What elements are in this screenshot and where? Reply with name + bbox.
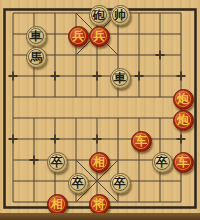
piece-black-soldier[interactable]: 卒: [110, 173, 131, 194]
piece-glyph: 帅: [114, 4, 126, 25]
piece-black-general[interactable]: 帅: [110, 5, 131, 26]
table-edge-strip: [0, 213, 200, 220]
piece-glyph: 卒: [114, 172, 126, 193]
piece-red-chariot[interactable]: 车: [173, 152, 194, 173]
piece-black-horse[interactable]: 馬: [26, 47, 47, 68]
piece-glyph: 砲: [93, 4, 105, 25]
piece-glyph: 卒: [156, 151, 168, 172]
piece-black-cannon[interactable]: 砲: [89, 5, 110, 26]
piece-red-soldier[interactable]: 兵: [89, 26, 110, 47]
piece-glyph: 車: [30, 25, 42, 46]
pieces-layer: 砲帅車兵兵馬車炮炮车卒相卒车卒卒相将: [5, 5, 194, 215]
piece-black-soldier[interactable]: 卒: [68, 173, 89, 194]
piece-black-soldier[interactable]: 卒: [152, 152, 173, 173]
piece-glyph: 车: [177, 151, 189, 172]
piece-glyph: 卒: [72, 172, 84, 193]
piece-glyph: 车: [135, 130, 147, 151]
piece-glyph: 馬: [30, 46, 42, 67]
piece-red-chariot[interactable]: 车: [131, 131, 152, 152]
piece-glyph: 兵: [72, 25, 84, 46]
piece-glyph: 車: [114, 67, 126, 88]
piece-glyph: 相: [93, 151, 105, 172]
piece-black-chariot[interactable]: 車: [110, 68, 131, 89]
piece-glyph: 炮: [177, 88, 189, 109]
piece-glyph: 相: [51, 193, 63, 214]
piece-black-chariot[interactable]: 車: [26, 26, 47, 47]
piece-red-soldier[interactable]: 兵: [68, 26, 89, 47]
piece-red-general[interactable]: 将: [89, 194, 110, 215]
piece-glyph: 卒: [51, 151, 63, 172]
piece-black-soldier[interactable]: 卒: [47, 152, 68, 173]
piece-red-elephant[interactable]: 相: [89, 152, 110, 173]
piece-glyph: 将: [93, 193, 105, 214]
piece-red-cannon[interactable]: 炮: [173, 110, 194, 131]
piece-glyph: 炮: [177, 109, 189, 130]
piece-red-elephant[interactable]: 相: [47, 194, 68, 215]
piece-glyph: 兵: [93, 25, 105, 46]
xiangqi-board: 砲帅車兵兵馬車炮炮车卒相卒车卒卒相将: [0, 0, 200, 220]
piece-red-cannon[interactable]: 炮: [173, 89, 194, 110]
